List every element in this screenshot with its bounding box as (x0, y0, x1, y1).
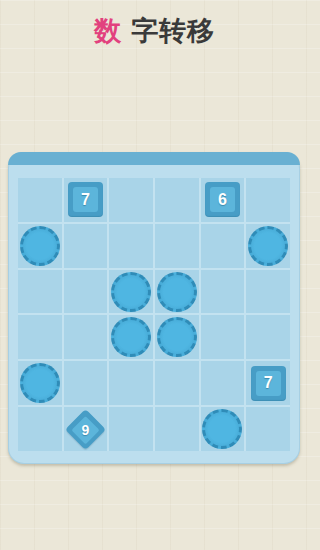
board-cell (64, 315, 108, 359)
board-cell (246, 224, 290, 268)
board-cell (155, 270, 199, 314)
board-cell (246, 270, 290, 314)
circle-token[interactable] (202, 409, 242, 449)
tile-number: 6 (218, 191, 227, 209)
title-rest-text: 字转移 (131, 16, 215, 46)
board-cell (64, 361, 108, 405)
circle-token[interactable] (111, 317, 151, 357)
board-cell (109, 361, 153, 405)
board-cell (109, 270, 153, 314)
board-cell (109, 224, 153, 268)
number-square-tile[interactable]: 6 (205, 182, 240, 217)
game-board[interactable]: 7679 (8, 152, 300, 464)
title-accent-char: 数 (94, 16, 122, 46)
board-cell (64, 270, 108, 314)
board-cell (109, 178, 153, 222)
tile-number: 7 (264, 374, 273, 392)
tile-number: 7 (81, 191, 90, 209)
board-cell (18, 315, 62, 359)
board-cell (18, 361, 62, 405)
tile-inner: 7 (73, 187, 98, 212)
board-cell (18, 178, 62, 222)
board-cell (246, 407, 290, 451)
number-square-tile[interactable]: 7 (251, 366, 286, 401)
circle-token[interactable] (157, 317, 197, 357)
board-cell (155, 178, 199, 222)
board-cell (64, 224, 108, 268)
circle-token[interactable] (157, 272, 197, 312)
board-cell (18, 224, 62, 268)
board-cell (201, 270, 245, 314)
board-top-band (8, 152, 300, 165)
circle-token[interactable] (20, 363, 60, 403)
board-cell: 7 (246, 361, 290, 405)
board-cell (246, 315, 290, 359)
tile-number: 9 (82, 421, 90, 437)
circle-token[interactable] (20, 226, 60, 266)
board-cell (18, 407, 62, 451)
board-cell: 6 (201, 178, 245, 222)
board-cell (109, 407, 153, 451)
board-cell (155, 315, 199, 359)
circle-token[interactable] (248, 226, 288, 266)
board-cell (201, 224, 245, 268)
board-cell: 9 (64, 407, 108, 451)
tile-inner: 9 (71, 415, 99, 443)
page-title: 数字转移 (0, 14, 309, 48)
board-cell (155, 224, 199, 268)
number-diamond-tile[interactable]: 9 (65, 409, 106, 450)
board-cell (155, 361, 199, 405)
board-grid[interactable]: 7679 (18, 178, 290, 451)
board-cell (109, 315, 153, 359)
tile-inner: 7 (256, 371, 281, 396)
number-square-tile[interactable]: 7 (68, 182, 103, 217)
board-cell: 7 (64, 178, 108, 222)
board-cell (201, 315, 245, 359)
board-cell (201, 407, 245, 451)
circle-token[interactable] (111, 272, 151, 312)
board-cell (18, 270, 62, 314)
board-cell (155, 407, 199, 451)
tile-inner: 6 (210, 187, 235, 212)
board-cell (246, 178, 290, 222)
board-cell (201, 361, 245, 405)
